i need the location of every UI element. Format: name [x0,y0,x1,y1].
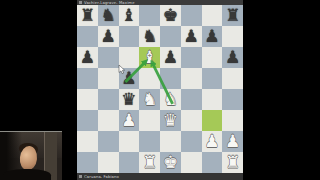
square-b6[interactable] [98,47,119,68]
square-f1[interactable] [181,152,202,173]
white-rook-h1: ♜ [222,152,243,173]
square-a4[interactable] [77,89,98,110]
square-g5[interactable] [202,68,223,89]
square-h1[interactable]: ♜ [222,152,243,173]
square-f2[interactable] [181,131,202,152]
black-rook-h8: ♜ [222,5,243,26]
webcam-overlay [0,131,62,180]
square-c6[interactable] [119,47,140,68]
white-pawn-h2: ♟ [222,131,243,152]
black-rook-a8: ♜ [77,5,98,26]
white-pawn-g2: ♟ [202,131,223,152]
square-e2[interactable] [160,131,181,152]
white-knight-d4: ♞ [139,89,160,110]
square-a6[interactable]: ♟ [77,47,98,68]
square-e8[interactable]: ♚ [160,5,181,26]
square-a2[interactable] [77,131,98,152]
player-tag-icon [79,1,82,4]
black-pawn-a6: ♟ [77,47,98,68]
square-b2[interactable] [98,131,119,152]
square-e4[interactable]: ♞ [160,89,181,110]
black-pawn-f7: ♟ [181,26,202,47]
square-g6[interactable] [202,47,223,68]
white-queen-e3: ♛ [160,110,181,131]
black-queen-c4: ♛ [119,89,140,110]
square-e7[interactable] [160,26,181,47]
black-pawn-b7: ♟ [98,26,119,47]
square-e5[interactable] [160,68,181,89]
streamer-face [19,145,38,171]
square-g7[interactable]: ♟ [202,26,223,47]
square-c3[interactable]: ♟ [119,110,140,131]
square-h7[interactable] [222,26,243,47]
black-pawn-e6: ♟ [160,47,181,68]
square-d4[interactable]: ♞ [139,89,160,110]
square-d5[interactable] [139,68,160,89]
square-h2[interactable]: ♟ [222,131,243,152]
square-b8[interactable]: ♞ [98,5,119,26]
black-king-e8: ♚ [160,5,181,26]
square-d3[interactable] [139,110,160,131]
square-a5[interactable] [77,68,98,89]
black-knight-b8: ♞ [98,5,119,26]
white-bishop-d6: ♝ [139,47,160,68]
square-d7[interactable]: ♞ [139,26,160,47]
square-f5[interactable] [181,68,202,89]
square-c8[interactable]: ♝ [119,5,140,26]
square-d6[interactable]: ♝ [139,47,160,68]
square-d1[interactable]: ♜ [139,152,160,173]
square-f4[interactable] [181,89,202,110]
square-b3[interactable] [98,110,119,131]
square-a3[interactable] [77,110,98,131]
square-a1[interactable] [77,152,98,173]
white-rook-d1: ♜ [139,152,160,173]
square-c4[interactable]: ♛ [119,89,140,110]
square-e6[interactable]: ♟ [160,47,181,68]
black-bishop-c8: ♝ [119,5,140,26]
video-frame: Vachier-Lagrave, Maxime ♜♞♝♚♜♟♞♟♟♟♝♟♟♟♛♞… [0,0,320,180]
chess-board: ♜♞♝♚♜♟♞♟♟♟♝♟♟♟♛♞♞♟♛♟♟♜♚♜ [77,5,243,173]
square-d8[interactable] [139,5,160,26]
square-b1[interactable] [98,152,119,173]
white-player-bar: Caruana, Fabiano [77,173,243,180]
black-pawn-g7: ♟ [202,26,223,47]
square-g8[interactable] [202,5,223,26]
square-g4[interactable] [202,89,223,110]
black-pawn-h6: ♟ [222,47,243,68]
black-knight-d7: ♞ [139,26,160,47]
square-c1[interactable] [119,152,140,173]
square-h6[interactable]: ♟ [222,47,243,68]
square-g3[interactable] [202,110,223,131]
square-b4[interactable] [98,89,119,110]
white-pawn-c3: ♟ [119,110,140,131]
black-pawn-c5: ♟ [119,68,140,89]
square-a8[interactable]: ♜ [77,5,98,26]
square-h3[interactable] [222,110,243,131]
streamer-shoulders [3,169,51,180]
square-c2[interactable] [119,131,140,152]
square-f8[interactable] [181,5,202,26]
white-player-name: Caruana, Fabiano [84,175,119,179]
white-king-e1: ♚ [160,152,181,173]
square-d2[interactable] [139,131,160,152]
square-f3[interactable] [181,110,202,131]
square-h5[interactable] [222,68,243,89]
square-g2[interactable]: ♟ [202,131,223,152]
white-knight-e4: ♞ [160,89,181,110]
square-b5[interactable] [98,68,119,89]
square-a7[interactable] [77,26,98,47]
square-h4[interactable] [222,89,243,110]
square-c5[interactable]: ♟ [119,68,140,89]
black-player-name: Vachier-Lagrave, Maxime [84,1,135,5]
square-c7[interactable] [119,26,140,47]
square-b7[interactable]: ♟ [98,26,119,47]
square-f7[interactable]: ♟ [181,26,202,47]
player-tag-icon [79,175,82,178]
square-h8[interactable]: ♜ [222,5,243,26]
square-g1[interactable] [202,152,223,173]
square-e1[interactable]: ♚ [160,152,181,173]
square-e3[interactable]: ♛ [160,110,181,131]
square-f6[interactable] [181,47,202,68]
